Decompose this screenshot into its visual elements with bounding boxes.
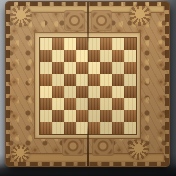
square-b6[interactable] [52, 62, 64, 74]
square-c2[interactable] [64, 110, 76, 122]
square-e6[interactable] [88, 62, 100, 74]
square-f1[interactable] [100, 122, 112, 134]
corner-rosette-bottom-left [11, 144, 30, 163]
square-b4[interactable] [52, 86, 64, 98]
square-a4[interactable] [40, 86, 52, 98]
square-b8[interactable] [52, 38, 64, 50]
square-a5[interactable] [40, 74, 52, 86]
corner-rosette-top-left [10, 5, 32, 27]
square-h5[interactable] [124, 74, 136, 86]
square-d2[interactable] [76, 110, 88, 122]
square-a2[interactable] [40, 110, 52, 122]
square-b7[interactable] [52, 50, 64, 62]
square-d5[interactable] [76, 74, 88, 86]
square-a7[interactable] [40, 50, 52, 62]
carved-panel-bottom-left-of-hinge [62, 136, 84, 156]
carved-panel-top-left-of-hinge [64, 10, 85, 31]
square-g7[interactable] [112, 50, 124, 62]
square-e5[interactable] [88, 74, 100, 86]
square-b5[interactable] [52, 74, 64, 86]
square-f2[interactable] [100, 110, 112, 122]
square-h8[interactable] [124, 38, 136, 50]
square-a1[interactable] [40, 122, 52, 134]
square-a6[interactable] [40, 62, 52, 74]
square-h6[interactable] [124, 62, 136, 74]
square-g1[interactable] [112, 122, 124, 134]
square-g2[interactable] [112, 110, 124, 122]
square-h1[interactable] [124, 122, 136, 134]
square-c7[interactable] [64, 50, 76, 62]
square-g6[interactable] [112, 62, 124, 74]
square-e4[interactable] [88, 86, 100, 98]
square-b1[interactable] [52, 122, 64, 134]
square-d1[interactable] [76, 122, 88, 134]
square-f8[interactable] [100, 38, 112, 50]
square-g8[interactable] [112, 38, 124, 50]
chess-board [39, 37, 137, 135]
square-h2[interactable] [124, 110, 136, 122]
square-d8[interactable] [76, 38, 88, 50]
square-h4[interactable] [124, 86, 136, 98]
square-d3[interactable] [76, 98, 88, 110]
square-d7[interactable] [76, 50, 88, 62]
corner-rosette-top-right [129, 4, 151, 26]
square-g3[interactable] [112, 98, 124, 110]
square-c3[interactable] [64, 98, 76, 110]
corner-rosette-bottom-right [128, 139, 149, 160]
square-f5[interactable] [100, 74, 112, 86]
carved-panel-bottom-right-of-hinge [92, 136, 114, 156]
square-a8[interactable] [40, 38, 52, 50]
square-e7[interactable] [88, 50, 100, 62]
square-c6[interactable] [64, 62, 76, 74]
square-f6[interactable] [100, 62, 112, 74]
square-h3[interactable] [124, 98, 136, 110]
square-b3[interactable] [52, 98, 64, 110]
chess-box [6, 2, 169, 166]
square-e1[interactable] [88, 122, 100, 134]
square-h7[interactable] [124, 50, 136, 62]
square-c4[interactable] [64, 86, 76, 98]
square-g4[interactable] [112, 86, 124, 98]
square-d6[interactable] [76, 62, 88, 74]
photo-background [0, 0, 176, 176]
square-c8[interactable] [64, 38, 76, 50]
square-c1[interactable] [64, 122, 76, 134]
square-d4[interactable] [76, 86, 88, 98]
square-f3[interactable] [100, 98, 112, 110]
square-g5[interactable] [112, 74, 124, 86]
square-e2[interactable] [88, 110, 100, 122]
square-e3[interactable] [88, 98, 100, 110]
square-c5[interactable] [64, 74, 76, 86]
square-a3[interactable] [40, 98, 52, 110]
square-f4[interactable] [100, 86, 112, 98]
square-f7[interactable] [100, 50, 112, 62]
carved-panel-top-right-of-hinge [91, 10, 112, 31]
square-e8[interactable] [88, 38, 100, 50]
square-b2[interactable] [52, 110, 64, 122]
